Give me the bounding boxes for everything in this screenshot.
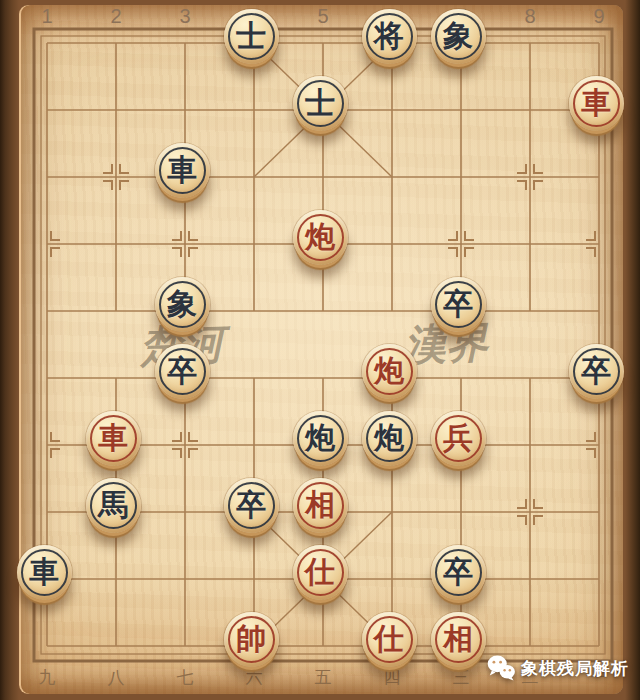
piece-red-chariot[interactable]: 車 <box>569 76 624 131</box>
piece-black-general[interactable]: 将 <box>362 9 417 64</box>
pieces-layer: 士将象士車車炮象卒卒炮卒車炮炮兵馬卒相車仕卒帥仕相 <box>0 0 640 700</box>
piece-black-advisor[interactable]: 士 <box>293 76 348 131</box>
piece-black-elephant[interactable]: 象 <box>431 9 486 64</box>
piece-character: 炮 <box>374 423 404 453</box>
piece-character: 卒 <box>443 557 473 587</box>
piece-character: 将 <box>374 21 404 51</box>
wechat-icon <box>486 653 516 683</box>
piece-black-advisor[interactable]: 士 <box>224 9 279 64</box>
piece-black-cannon[interactable]: 炮 <box>293 411 348 466</box>
piece-character: 士 <box>305 88 335 118</box>
piece-red-cannon[interactable]: 炮 <box>362 344 417 399</box>
piece-character: 象 <box>443 21 473 51</box>
piece-red-elephant[interactable]: 相 <box>431 612 486 667</box>
piece-character: 車 <box>29 557 59 587</box>
piece-red-advisor[interactable]: 仕 <box>293 545 348 600</box>
piece-red-general[interactable]: 帥 <box>224 612 279 667</box>
piece-character: 炮 <box>305 222 335 252</box>
piece-character: 卒 <box>236 490 266 520</box>
piece-character: 車 <box>167 155 197 185</box>
piece-red-advisor[interactable]: 仕 <box>362 612 417 667</box>
piece-black-soldier[interactable]: 卒 <box>431 277 486 332</box>
piece-character: 仕 <box>374 624 404 654</box>
piece-character: 車 <box>98 423 128 453</box>
piece-red-chariot[interactable]: 車 <box>86 411 141 466</box>
piece-character: 仕 <box>305 557 335 587</box>
piece-character: 馬 <box>98 490 128 520</box>
watermark-text: 象棋残局解析 <box>521 657 629 680</box>
piece-character: 卒 <box>167 356 197 386</box>
piece-character: 車 <box>581 88 611 118</box>
xiangqi-app-screen: 楚河 漢界 123456789 九八七六五四三二一 士将象士車車炮象卒卒炮卒車炮… <box>0 0 640 700</box>
piece-character: 士 <box>236 21 266 51</box>
piece-black-soldier[interactable]: 卒 <box>155 344 210 399</box>
piece-character: 炮 <box>374 356 404 386</box>
piece-character: 相 <box>305 490 335 520</box>
piece-black-cannon[interactable]: 炮 <box>362 411 417 466</box>
piece-character: 帥 <box>236 624 266 654</box>
piece-black-soldier[interactable]: 卒 <box>224 478 279 533</box>
piece-red-elephant[interactable]: 相 <box>293 478 348 533</box>
piece-character: 卒 <box>443 289 473 319</box>
piece-black-chariot[interactable]: 車 <box>17 545 72 600</box>
watermark: 象棋残局解析 <box>486 651 629 685</box>
piece-red-cannon[interactable]: 炮 <box>293 210 348 265</box>
piece-red-soldier[interactable]: 兵 <box>431 411 486 466</box>
piece-character: 卒 <box>581 356 611 386</box>
piece-black-soldier[interactable]: 卒 <box>431 545 486 600</box>
piece-character: 象 <box>167 289 197 319</box>
piece-character: 相 <box>443 624 473 654</box>
piece-black-horse[interactable]: 馬 <box>86 478 141 533</box>
piece-character: 兵 <box>443 423 473 453</box>
piece-black-elephant[interactable]: 象 <box>155 277 210 332</box>
piece-character: 炮 <box>305 423 335 453</box>
piece-black-soldier[interactable]: 卒 <box>569 344 624 399</box>
piece-black-chariot[interactable]: 車 <box>155 143 210 198</box>
